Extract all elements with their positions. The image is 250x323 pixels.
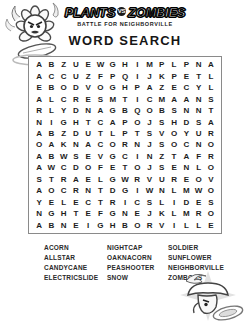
grid-cell-r7c13: Y (180, 128, 192, 139)
grid-cell-r8c15: O (205, 139, 217, 150)
grid-cell-r8c3: K (58, 139, 70, 150)
grid-cell-r9c12: T (168, 151, 180, 162)
grid-cell-r5c2: L (45, 105, 57, 116)
grid-cell-r11c7: G (107, 174, 119, 185)
grid-cell-r12c2: O (45, 185, 57, 196)
grid-cell-r14c12: L (168, 208, 180, 219)
grid-cell-r5c15: T (205, 105, 217, 116)
nightcap-mushroom-character-illustration (168, 269, 248, 323)
grid-cell-r6c9: O (131, 116, 143, 127)
grid-cell-r11c1: S (33, 174, 45, 185)
grid-cell-r5c12: S (168, 105, 180, 116)
grid-cell-r6c10: J (143, 116, 155, 127)
grid-cell-r15c6: G (94, 220, 106, 231)
grid-cell-r5c3: Y (58, 105, 70, 116)
grid-cell-r8c4: N (70, 139, 82, 150)
grid-cell-r1c8: H (119, 59, 131, 70)
word-search-grid-box: ABZUEWGHIMPLPNAACCUZFPQIJKPETLEBODVOGHPA… (28, 56, 222, 234)
grid-cell-r12c15: O (205, 185, 217, 196)
grid-cell-r11c9: R (131, 174, 143, 185)
grid-cell-r10c11: S (156, 162, 168, 173)
grid-cell-r13c15: S (205, 197, 217, 208)
grid-cell-r5c9: Q (131, 105, 143, 116)
grid-cell-r2c4: U (70, 70, 82, 81)
grid-cell-r4c4: R (70, 93, 82, 104)
grid-cell-r9c2: B (45, 151, 57, 162)
grid-cell-r12c12: L (168, 185, 180, 196)
grid-cell-r12c14: W (192, 185, 204, 196)
grid-cell-r7c6: T (94, 128, 106, 139)
grid-cell-r2c7: P (107, 70, 119, 81)
grid-cell-r15c7: H (107, 220, 119, 231)
grid-cell-r15c12: I (168, 220, 180, 231)
grid-cell-r1c14: N (192, 59, 204, 70)
word-bank-item: CANDYCANE (44, 263, 107, 273)
grid-cell-r7c12: O (168, 128, 180, 139)
grid-cell-r3c14: Y (192, 82, 204, 93)
grid-cell-r6c11: S (156, 116, 168, 127)
word-bank-item: SUNFLOWER (168, 253, 220, 263)
grid-cell-r14c14: R (192, 208, 204, 219)
grid-cell-r9c10: N (143, 151, 155, 162)
grid-cell-r15c13: L (180, 220, 192, 231)
grid-cell-r8c5: A (82, 139, 94, 150)
grid-cell-r5c1: R (33, 105, 45, 116)
grid-cell-r7c9: T (131, 128, 143, 139)
grid-cell-r2c8: Q (119, 70, 131, 81)
grid-cell-r7c7: L (107, 128, 119, 139)
grid-cell-r10c8: T (119, 162, 131, 173)
grid-cell-r12c3: C (58, 185, 70, 196)
grid-cell-r14c1: N (33, 208, 45, 219)
grid-cell-r14c5: E (82, 208, 94, 219)
grid-cell-r1c11: P (156, 59, 168, 70)
grid-cell-r3c7: G (107, 82, 119, 93)
grid-cell-r9c1: A (33, 151, 45, 162)
grid-cell-r9c9: I (131, 151, 143, 162)
grid-cell-r8c9: N (131, 139, 143, 150)
grid-cell-r7c8: P (119, 128, 131, 139)
grid-cell-r7c11: V (156, 128, 168, 139)
grid-cell-r2c12: P (168, 70, 180, 81)
grid-cell-r4c9: I (131, 93, 143, 104)
grid-cell-r9c3: W (58, 151, 70, 162)
grid-cell-r13c5: C (82, 197, 94, 208)
grid-cell-r3c2: B (45, 82, 57, 93)
grid-cell-r3c3: O (58, 82, 70, 93)
word-bank-item: ACORN (44, 243, 107, 253)
grid-cell-r1c9: I (131, 59, 143, 70)
grid-cell-r4c11: M (156, 93, 168, 104)
grid-cell-r7c10: S (143, 128, 155, 139)
grid-cell-r3c5: V (82, 82, 94, 93)
grid-cell-r12c1: A (33, 185, 45, 196)
logo-zombies-text: ZOMBIES (128, 5, 185, 20)
grid-cell-r13c6: T (94, 197, 106, 208)
grid-cell-r14c4: T (70, 208, 82, 219)
grid-cell-r11c11: U (156, 174, 168, 185)
grid-cell-r11c14: O (192, 174, 204, 185)
grid-cell-r12c8: G (119, 185, 131, 196)
grid-cell-r9c6: V (94, 151, 106, 162)
grid-cell-r15c10: R (143, 220, 155, 231)
grid-cell-r15c1: A (33, 220, 45, 231)
grid-cell-r13c2: E (45, 197, 57, 208)
grid-cell-r13c7: R (107, 197, 119, 208)
word-bank-item: PEASHOOTER (107, 263, 168, 273)
grid-cell-r4c14: N (192, 93, 204, 104)
grid-cell-r14c3: H (58, 208, 70, 219)
grid-cell-r2c6: F (94, 70, 106, 81)
grid-cell-r15c14: L (192, 220, 204, 231)
grid-cell-r6c12: H (168, 116, 180, 127)
grid-cell-r3c10: A (143, 82, 155, 93)
grid-cell-r13c9: C (131, 197, 143, 208)
grid-cell-r6c13: D (180, 116, 192, 127)
logo-subtitle: BATTLE FOR NEIGHBORVILLE (0, 21, 250, 27)
word-bank-item: ALLSTAR (44, 253, 107, 263)
grid-cell-r13c4: E (70, 197, 82, 208)
grid-cell-r11c5: E (82, 174, 94, 185)
grid-cell-r10c6: F (94, 162, 106, 173)
grid-cell-r2c5: Z (82, 70, 94, 81)
grid-cell-r8c12: O (168, 139, 180, 150)
grid-cell-r14c10: J (143, 208, 155, 219)
grid-cell-r6c6: C (94, 116, 106, 127)
word-bank-item: OAKNACORN (107, 253, 168, 263)
grid-cell-r13c8: I (119, 197, 131, 208)
grid-cell-r3c4: D (70, 82, 82, 93)
grid-cell-r2c3: C (58, 70, 70, 81)
letter-grid: ABZUEWGHIMPLPNAACCUZFPQIJKPETLEBODVOGHPA… (33, 59, 217, 231)
grid-cell-r1c12: L (168, 59, 180, 70)
grid-cell-r6c2: I (45, 116, 57, 127)
word-bank-item: SOLDIER (168, 243, 220, 253)
logo-vs-badge: VS (117, 7, 126, 16)
grid-cell-r3c6: O (94, 82, 106, 93)
grid-cell-r8c10: J (143, 139, 155, 150)
grid-cell-r10c15: O (205, 162, 217, 173)
grid-cell-r10c5: O (82, 162, 94, 173)
page-header: PLANTS VS ZOMBIES BATTLE FOR NEIGHBORVIL… (0, 5, 250, 48)
grid-cell-r5c11: B (156, 105, 168, 116)
grid-cell-r11c8: W (119, 174, 131, 185)
word-search-page: { "game": "word-search", "header": { "lo… (0, 0, 250, 323)
grid-cell-r4c1: A (33, 93, 45, 104)
grid-cell-r15c11: V (156, 220, 168, 231)
grid-cell-r11c13: E (180, 174, 192, 185)
grid-cell-r7c15: R (205, 128, 217, 139)
grid-cell-r10c2: W (45, 162, 57, 173)
grid-cell-r15c5: I (82, 220, 94, 231)
grid-cell-r6c15: A (205, 116, 217, 127)
grid-cell-r13c11: L (156, 197, 168, 208)
grid-cell-r1c6: W (94, 59, 106, 70)
grid-cell-r3c12: E (168, 82, 180, 93)
grid-cell-r14c2: G (45, 208, 57, 219)
word-bank-item: NIGHTCAP (107, 243, 168, 253)
pvz-logo: PLANTS VS ZOMBIES (0, 5, 250, 20)
grid-cell-r12c6: T (94, 185, 106, 196)
grid-cell-r11c6: L (94, 174, 106, 185)
grid-cell-r5c14: N (192, 105, 204, 116)
grid-cell-r5c7: G (107, 105, 119, 116)
grid-cell-r15c8: B (119, 220, 131, 231)
grid-cell-r14c15: O (205, 208, 217, 219)
grid-cell-r7c14: U (192, 128, 204, 139)
grid-cell-r4c12: A (168, 93, 180, 104)
grid-cell-r12c4: R (70, 185, 82, 196)
grid-cell-r2c9: I (131, 70, 143, 81)
grid-cell-r14c8: N (119, 208, 131, 219)
grid-cell-r14c6: F (94, 208, 106, 219)
grid-cell-r15c2: B (45, 220, 57, 231)
grid-cell-r4c2: L (45, 93, 57, 104)
grid-cell-r6c4: H (70, 116, 82, 127)
grid-cell-r10c4: D (70, 162, 82, 173)
grid-cell-r7c3: Z (58, 128, 70, 139)
grid-cell-r12c5: N (82, 185, 94, 196)
grid-cell-r5c6: A (94, 105, 106, 116)
grid-cell-r2c1: A (33, 70, 45, 81)
grid-cell-r6c3: G (58, 116, 70, 127)
grid-cell-r14c7: G (107, 208, 119, 219)
grid-cell-r11c2: T (45, 174, 57, 185)
grid-cell-r8c2: A (45, 139, 57, 150)
grid-cell-r9c5: E (82, 151, 94, 162)
grid-cell-r14c13: M (180, 208, 192, 219)
grid-cell-r13c13: D (180, 197, 192, 208)
grid-cell-r6c5: T (82, 116, 94, 127)
grid-cell-r5c4: D (70, 105, 82, 116)
grid-cell-r5c10: O (143, 105, 155, 116)
word-bank-column-2: NIGHTCAPOAKNACORNPEASHOOTERSNOW (107, 243, 168, 283)
grid-cell-r13c14: E (192, 197, 204, 208)
grid-cell-r9c8: C (119, 151, 131, 162)
grid-cell-r1c10: M (143, 59, 155, 70)
grid-cell-r4c15: S (205, 93, 217, 104)
grid-cell-r12c7: D (107, 185, 119, 196)
grid-cell-r12c10: W (143, 185, 155, 196)
grid-cell-r5c5: N (82, 105, 94, 116)
grid-cell-r2c11: K (156, 70, 168, 81)
grid-cell-r11c4: A (70, 174, 82, 185)
grid-cell-r7c5: U (82, 128, 94, 139)
grid-cell-r14c9: E (131, 208, 143, 219)
grid-cell-r4c8: T (119, 93, 131, 104)
word-bank-item: ELECTRICSLIDE (44, 273, 107, 283)
grid-cell-r3c9: P (131, 82, 143, 93)
grid-cell-r5c13: N (180, 105, 192, 116)
grid-cell-r15c9: O (131, 220, 143, 231)
grid-cell-r1c1: A (33, 59, 45, 70)
grid-cell-r13c3: L (58, 197, 70, 208)
grid-cell-r10c3: C (58, 162, 70, 173)
grid-cell-r13c1: Y (33, 197, 45, 208)
grid-cell-r12c9: I (131, 185, 143, 196)
grid-cell-r8c11: S (156, 139, 168, 150)
grid-cell-r6c14: S (192, 116, 204, 127)
grid-cell-r4c6: S (94, 93, 106, 104)
grid-cell-r1c4: U (70, 59, 82, 70)
grid-cell-r3c11: Z (156, 82, 168, 93)
grid-cell-r1c3: Z (58, 59, 70, 70)
grid-cell-r4c3: C (58, 93, 70, 104)
grid-cell-r15c4: E (70, 220, 82, 231)
grid-cell-r2c2: C (45, 70, 57, 81)
grid-cell-r15c3: N (58, 220, 70, 231)
word-bank-column-1: ACORNALLSTARCANDYCANEELECTRICSLIDE (44, 243, 107, 283)
grid-cell-r8c13: C (180, 139, 192, 150)
grid-cell-r4c10: C (143, 93, 155, 104)
grid-cell-r13c10: S (143, 197, 155, 208)
grid-cell-r6c7: A (107, 116, 119, 127)
grid-cell-r5c8: B (119, 105, 131, 116)
grid-cell-r1c2: B (45, 59, 57, 70)
word-bank-item: SNOW (107, 273, 168, 283)
grid-cell-r8c8: R (119, 139, 131, 150)
grid-cell-r3c8: H (119, 82, 131, 93)
grid-cell-r15c15: E (205, 220, 217, 231)
grid-cell-r9c4: S (70, 151, 82, 162)
grid-cell-r8c1: O (33, 139, 45, 150)
grid-cell-r2c14: T (192, 70, 204, 81)
grid-cell-r9c14: F (192, 151, 204, 162)
grid-cell-r8c14: N (192, 139, 204, 150)
grid-cell-r1c5: E (82, 59, 94, 70)
grid-cell-r6c8: P (119, 116, 131, 127)
grid-cell-r7c2: B (45, 128, 57, 139)
grid-cell-r3c1: E (33, 82, 45, 93)
grid-cell-r11c15: V (205, 174, 217, 185)
grid-cell-r10c10: J (143, 162, 155, 173)
grid-cell-r11c12: R (168, 174, 180, 185)
grid-cell-r4c13: A (180, 93, 192, 104)
page-title: WORD SEARCH (0, 33, 250, 48)
grid-cell-r9c7: G (107, 151, 119, 162)
grid-cell-r6c1: N (33, 116, 45, 127)
grid-cell-r14c11: K (156, 208, 168, 219)
grid-cell-r11c3: R (58, 174, 70, 185)
grid-cell-r10c1: A (33, 162, 45, 173)
grid-cell-r7c4: D (70, 128, 82, 139)
grid-cell-r10c7: E (107, 162, 119, 173)
grid-cell-r8c7: O (107, 139, 119, 150)
grid-cell-r2c10: J (143, 70, 155, 81)
grid-cell-r3c13: C (180, 82, 192, 93)
grid-cell-r4c5: E (82, 93, 94, 104)
grid-cell-r10c13: N (180, 162, 192, 173)
grid-cell-r1c15: A (205, 59, 217, 70)
grid-cell-r4c7: M (107, 93, 119, 104)
grid-cell-r10c12: E (168, 162, 180, 173)
grid-cell-r8c6: C (94, 139, 106, 150)
grid-cell-r2c13: E (180, 70, 192, 81)
grid-cell-r10c9: O (131, 162, 143, 173)
grid-cell-r11c10: V (143, 174, 155, 185)
grid-cell-r9c11: Z (156, 151, 168, 162)
grid-cell-r2c15: L (205, 70, 217, 81)
grid-cell-r7c1: A (33, 128, 45, 139)
grid-cell-r9c13: A (180, 151, 192, 162)
grid-cell-r12c13: M (180, 185, 192, 196)
grid-cell-r13c12: I (168, 197, 180, 208)
grid-cell-r9c15: R (205, 151, 217, 162)
grid-cell-r3c15: L (205, 82, 217, 93)
grid-cell-r1c13: P (180, 59, 192, 70)
grid-cell-r12c11: N (156, 185, 168, 196)
logo-plants-text: PLANTS (65, 5, 115, 20)
grid-cell-r10c14: L (192, 162, 204, 173)
grid-cell-r1c7: G (107, 59, 119, 70)
